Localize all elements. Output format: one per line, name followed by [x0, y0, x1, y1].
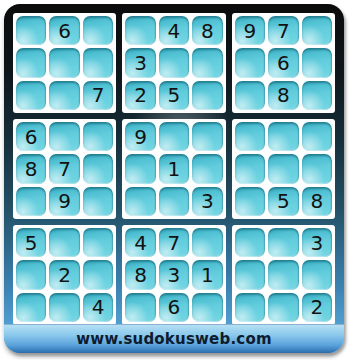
- cell-r3c4[interactable]: 2: [125, 81, 155, 110]
- cell-r8c1[interactable]: [16, 260, 46, 289]
- cell-r6c9[interactable]: 8: [302, 187, 332, 216]
- cell-r9c9[interactable]: 2: [302, 293, 332, 322]
- footer-bar: www.sudokusweb.com: [4, 324, 344, 353]
- cell-r4c4[interactable]: 9: [125, 122, 155, 151]
- cell-r8c9[interactable]: [302, 260, 332, 289]
- cell-r1c5[interactable]: 4: [159, 16, 189, 45]
- cell-r2c3[interactable]: [83, 48, 113, 77]
- sudoku-box-4: 6879: [13, 119, 116, 219]
- cell-r3c5[interactable]: 5: [159, 81, 189, 110]
- cell-r8c7[interactable]: [235, 260, 265, 289]
- cell-r3c3[interactable]: 7: [83, 81, 113, 110]
- cell-r8c2[interactable]: 2: [49, 260, 79, 289]
- cell-r3c6[interactable]: [192, 81, 222, 110]
- cell-r6c3[interactable]: [83, 187, 113, 216]
- cell-r7c4[interactable]: 4: [125, 228, 155, 257]
- cell-r1c6[interactable]: 8: [192, 16, 222, 45]
- sudoku-box-5: 913: [122, 119, 225, 219]
- cell-r9c5[interactable]: 6: [159, 293, 189, 322]
- cell-r5c8[interactable]: [268, 154, 298, 183]
- sudoku-box-6: 58: [232, 119, 335, 219]
- cell-r8c8[interactable]: [268, 260, 298, 289]
- cell-r7c6[interactable]: [192, 228, 222, 257]
- cell-r5c6[interactable]: [192, 154, 222, 183]
- cell-r3c7[interactable]: [235, 81, 265, 110]
- cell-r6c7[interactable]: [235, 187, 265, 216]
- cell-r7c5[interactable]: 7: [159, 228, 189, 257]
- cell-r5c5[interactable]: 1: [159, 154, 189, 183]
- cell-r5c4[interactable]: [125, 154, 155, 183]
- cell-r5c3[interactable]: [83, 154, 113, 183]
- cell-r1c9[interactable]: [302, 16, 332, 45]
- cell-r4c9[interactable]: [302, 122, 332, 151]
- cell-r2c7[interactable]: [235, 48, 265, 77]
- cell-r9c6[interactable]: [192, 293, 222, 322]
- cell-r2c9[interactable]: [302, 48, 332, 77]
- cell-r3c9[interactable]: [302, 81, 332, 110]
- cell-r8c5[interactable]: 3: [159, 260, 189, 289]
- cell-r4c7[interactable]: [235, 122, 265, 151]
- cell-r9c7[interactable]: [235, 293, 265, 322]
- sudoku-box-8: 478316: [122, 225, 225, 325]
- cell-r8c3[interactable]: [83, 260, 113, 289]
- cell-r2c4[interactable]: 3: [125, 48, 155, 77]
- sudoku-box-2: 48325: [122, 13, 225, 113]
- cell-r8c6[interactable]: 1: [192, 260, 222, 289]
- cell-r4c8[interactable]: [268, 122, 298, 151]
- cell-r4c3[interactable]: [83, 122, 113, 151]
- sudoku-box-7: 524: [13, 225, 116, 325]
- cell-r3c1[interactable]: [16, 81, 46, 110]
- cell-r1c7[interactable]: 9: [235, 16, 265, 45]
- cell-r4c2[interactable]: [49, 122, 79, 151]
- cell-r1c1[interactable]: [16, 16, 46, 45]
- sudoku-box-3: 9768: [232, 13, 335, 113]
- cell-r9c2[interactable]: [49, 293, 79, 322]
- cell-r1c3[interactable]: [83, 16, 113, 45]
- cell-r2c8[interactable]: 6: [268, 48, 298, 77]
- cell-r7c9[interactable]: 3: [302, 228, 332, 257]
- cell-r5c1[interactable]: 8: [16, 154, 46, 183]
- cell-r5c7[interactable]: [235, 154, 265, 183]
- cell-r4c1[interactable]: 6: [16, 122, 46, 151]
- cell-r2c6[interactable]: [192, 48, 222, 77]
- cell-r7c3[interactable]: [83, 228, 113, 257]
- cell-r2c2[interactable]: [49, 48, 79, 77]
- cell-r6c2[interactable]: 9: [49, 187, 79, 216]
- cell-r9c3[interactable]: 4: [83, 293, 113, 322]
- cell-r7c8[interactable]: [268, 228, 298, 257]
- sudoku-box-9: 32: [232, 225, 335, 325]
- cell-r6c1[interactable]: [16, 187, 46, 216]
- cell-r3c2[interactable]: [49, 81, 79, 110]
- cell-r4c5[interactable]: [159, 122, 189, 151]
- cell-r1c2[interactable]: 6: [49, 16, 79, 45]
- cell-r6c5[interactable]: [159, 187, 189, 216]
- cell-r9c8[interactable]: [268, 293, 298, 322]
- website-link[interactable]: www.sudokusweb.com: [76, 330, 271, 348]
- cell-r7c7[interactable]: [235, 228, 265, 257]
- cell-r3c8[interactable]: 8: [268, 81, 298, 110]
- sudoku-board: 6748325976868799135852447831632 www.sudo…: [4, 4, 344, 353]
- cell-r9c4[interactable]: [125, 293, 155, 322]
- cell-r6c4[interactable]: [125, 187, 155, 216]
- sudoku-box-1: 67: [13, 13, 116, 113]
- cell-r1c4[interactable]: [125, 16, 155, 45]
- cell-r5c9[interactable]: [302, 154, 332, 183]
- cell-r2c5[interactable]: [159, 48, 189, 77]
- cell-r7c2[interactable]: [49, 228, 79, 257]
- sudoku-grid: 6748325976868799135852447831632: [13, 13, 335, 325]
- cell-r8c4[interactable]: 8: [125, 260, 155, 289]
- cell-r6c6[interactable]: 3: [192, 187, 222, 216]
- cell-r7c1[interactable]: 5: [16, 228, 46, 257]
- cell-r2c1[interactable]: [16, 48, 46, 77]
- cell-r5c2[interactable]: 7: [49, 154, 79, 183]
- cell-r9c1[interactable]: [16, 293, 46, 322]
- cell-r6c8[interactable]: 5: [268, 187, 298, 216]
- cell-r4c6[interactable]: [192, 122, 222, 151]
- cell-r1c8[interactable]: 7: [268, 16, 298, 45]
